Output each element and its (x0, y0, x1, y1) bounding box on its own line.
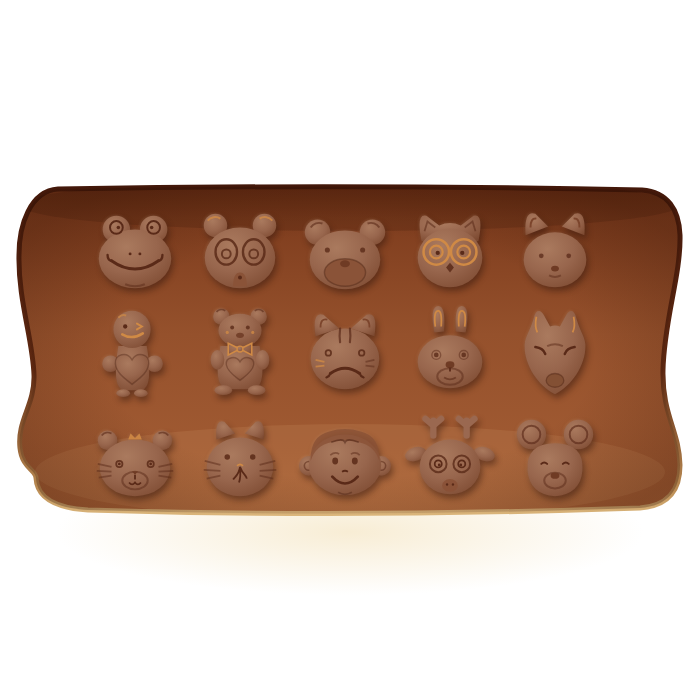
duck-with-heart-icon (86, 303, 184, 401)
monkey-icon (296, 410, 394, 508)
cavity-monkey (295, 409, 395, 509)
tabby-cat-icon (296, 303, 394, 401)
cavity-rabbit (400, 302, 500, 402)
frog-icon (86, 200, 184, 298)
cavity-tabby-cat (295, 302, 395, 402)
tiger-icon (86, 410, 184, 508)
panda-icon (191, 200, 289, 298)
owl-icon (401, 200, 499, 298)
bear-icon (296, 200, 394, 298)
rabbit-icon (401, 303, 499, 401)
cavity-panda (190, 199, 290, 299)
whiskered-cat-icon (191, 410, 289, 508)
cavity-grid (83, 197, 607, 515)
cavity-owl (400, 199, 500, 299)
cavity-fox (505, 302, 605, 402)
teddy-bear-with-heart-icon (191, 303, 289, 401)
cavity-cat (505, 199, 605, 299)
cavity-teddy-bear-with-heart (190, 302, 290, 402)
cavity-mouse (505, 409, 605, 509)
cavity-tiger (85, 409, 185, 509)
mouse-icon (506, 410, 604, 508)
cavity-bear (295, 199, 395, 299)
cavity-frog (85, 199, 185, 299)
fox-icon (506, 303, 604, 401)
cavity-whiskered-cat (190, 409, 290, 509)
cavity-deer (400, 409, 500, 509)
photo-canvas (0, 0, 700, 700)
cavity-duck-with-heart (85, 302, 185, 402)
cat-icon (506, 200, 604, 298)
deer-icon (401, 410, 499, 508)
